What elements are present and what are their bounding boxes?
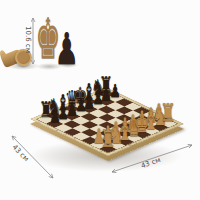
product-photo: abcdefgh12345678 ♜♞♝♛♚♝♞♜♟♟♟♟♟♟♟♟♟♟♟♟♟♟♟… (0, 0, 200, 200)
chess-piece: ♟ (109, 82, 121, 100)
chess-piece: ♜ (161, 101, 176, 125)
height-dimension-label: 10.6 см (24, 20, 31, 60)
showcase-pawn-piece: ♟ (54, 27, 78, 71)
